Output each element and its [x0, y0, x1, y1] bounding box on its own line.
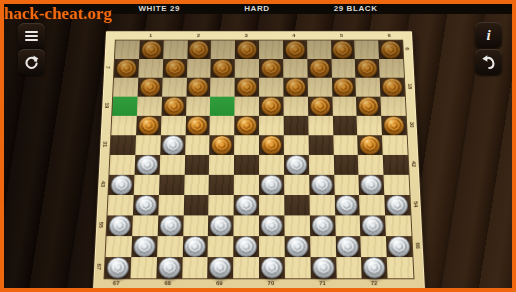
light-square [184, 175, 209, 195]
light-square [309, 195, 335, 215]
coordinate-label: 3 [245, 33, 248, 38]
square-23[interactable] [308, 97, 333, 116]
black-piece[interactable] [212, 59, 233, 78]
light-square [309, 155, 334, 175]
square-10[interactable] [259, 59, 283, 78]
square-17[interactable] [332, 78, 357, 97]
light-square [163, 40, 187, 58]
coordinate-label: 31 [102, 141, 108, 147]
white-piece[interactable] [236, 195, 258, 215]
white-piece[interactable] [210, 215, 232, 236]
coordinate-label: 7 [105, 66, 111, 69]
white-piece[interactable] [311, 175, 333, 195]
light-square [333, 135, 358, 155]
light-square [307, 40, 331, 58]
black-piece[interactable] [236, 78, 257, 97]
square-35[interactable] [308, 135, 333, 155]
light-square [259, 78, 283, 97]
square-64[interactable] [284, 236, 310, 257]
square-48[interactable] [359, 175, 385, 195]
light-square [210, 78, 234, 97]
square-34[interactable] [259, 135, 284, 155]
white-piece[interactable] [312, 257, 334, 278]
light-square [283, 59, 307, 78]
coordinate-label: 71 [319, 280, 326, 286]
square-36[interactable] [357, 135, 382, 155]
light-square [185, 135, 210, 155]
square-3[interactable] [235, 40, 259, 58]
light-square [115, 40, 140, 58]
coordinate-label: 2 [197, 33, 200, 38]
info-button[interactable]: i [475, 22, 502, 48]
light-square [331, 59, 356, 78]
light-square [332, 97, 357, 116]
light-square [109, 155, 135, 175]
square-9[interactable] [211, 59, 235, 78]
black-piece[interactable] [189, 40, 210, 58]
white-piece[interactable] [108, 215, 130, 236]
square-44[interactable] [159, 175, 185, 195]
coordinate-label: 66 [415, 242, 421, 248]
coordinate-label: 67 [113, 280, 120, 286]
coordinate-label: 68 [164, 280, 171, 286]
square-57[interactable] [208, 215, 234, 236]
light-square [158, 195, 184, 215]
square-20[interactable] [161, 97, 186, 116]
light-square [106, 236, 132, 257]
square-60[interactable] [360, 215, 386, 236]
black-piece[interactable] [261, 97, 282, 116]
white-piece[interactable] [162, 135, 184, 155]
square-54[interactable] [384, 195, 410, 215]
black-piece[interactable] [139, 78, 160, 97]
light-square [336, 257, 362, 278]
white-piece[interactable] [235, 236, 257, 257]
black-piece[interactable] [164, 59, 185, 78]
square-5[interactable] [331, 40, 355, 58]
white-count-label: WHITE 29 [138, 3, 180, 14]
light-square [210, 116, 235, 135]
square-31[interactable] [110, 135, 136, 155]
black-piece[interactable] [237, 40, 257, 58]
light-square [161, 116, 186, 135]
menu-button[interactable] [18, 23, 45, 49]
light-square [157, 236, 183, 257]
light-square [113, 78, 138, 97]
square-2[interactable] [187, 40, 211, 58]
coordinate-label: 69 [216, 280, 223, 286]
square-59[interactable] [309, 215, 335, 236]
white-piece[interactable] [361, 175, 383, 195]
light-square [387, 257, 414, 278]
black-piece[interactable] [261, 59, 282, 78]
square-15[interactable] [235, 78, 259, 97]
light-square [259, 236, 285, 257]
white-piece[interactable] [159, 215, 181, 236]
square-12[interactable] [355, 59, 380, 78]
light-square [379, 59, 404, 78]
square-72[interactable] [361, 257, 387, 278]
light-square [108, 195, 134, 215]
black-piece[interactable] [357, 59, 378, 78]
light-square [359, 195, 385, 215]
square-56[interactable] [157, 215, 183, 236]
square-18[interactable] [380, 78, 405, 97]
white-piece[interactable] [363, 257, 386, 278]
light-square [356, 78, 381, 97]
light-square [211, 40, 235, 58]
light-square [308, 116, 333, 135]
black-piece[interactable] [333, 78, 354, 97]
coordinate-label: 6 [388, 33, 391, 38]
square-71[interactable] [310, 257, 336, 278]
black-count-label: 29 BLACK [334, 3, 378, 14]
light-square [132, 215, 158, 236]
coordinate-label: 43 [100, 181, 106, 187]
light-square [234, 175, 259, 195]
light-square [183, 215, 209, 236]
black-piece[interactable] [382, 78, 403, 97]
black-piece[interactable] [358, 97, 379, 116]
square-52[interactable] [284, 195, 309, 215]
square-47[interactable] [309, 175, 334, 195]
coordinate-label: 5 [340, 33, 343, 38]
light-square [235, 59, 259, 78]
coordinate-label: 72 [371, 280, 378, 286]
light-square [159, 155, 184, 175]
white-piece[interactable] [261, 215, 283, 236]
restart-button[interactable] [18, 49, 45, 75]
square-66[interactable] [386, 236, 412, 257]
light-square [111, 116, 136, 135]
square-8[interactable] [162, 59, 187, 78]
white-piece[interactable] [286, 236, 308, 257]
square-70[interactable] [259, 257, 285, 278]
restart-icon [23, 54, 40, 71]
black-piece[interactable] [116, 59, 137, 78]
light-square [385, 215, 411, 236]
black-piece[interactable] [211, 135, 232, 155]
white-piece[interactable] [135, 195, 157, 215]
hamburger-icon [25, 31, 38, 42]
white-piece[interactable] [136, 155, 158, 175]
light-square [357, 116, 382, 135]
light-square [382, 135, 408, 155]
light-square [134, 175, 160, 195]
square-62[interactable] [182, 236, 208, 257]
black-piece[interactable] [261, 135, 282, 155]
coordinate-label: 1 [149, 33, 152, 38]
light-square [182, 257, 208, 278]
light-square [233, 257, 259, 278]
light-square [284, 175, 309, 195]
black-piece[interactable] [285, 40, 306, 58]
square-14[interactable] [186, 78, 211, 97]
light-square [162, 78, 187, 97]
white-piece[interactable] [362, 215, 384, 236]
light-square [135, 135, 160, 155]
square-69[interactable] [208, 257, 234, 278]
info-icon: i [486, 28, 490, 43]
black-piece[interactable] [359, 135, 381, 155]
black-piece[interactable] [187, 116, 208, 135]
square-28[interactable] [283, 116, 308, 135]
square-39[interactable] [234, 155, 259, 175]
square-32[interactable] [160, 135, 185, 155]
white-piece[interactable] [388, 236, 411, 257]
square-29[interactable] [332, 116, 357, 135]
square-22[interactable] [259, 97, 283, 116]
watermark-logo: hack-cheat.org [4, 4, 112, 24]
square-55[interactable] [107, 215, 133, 236]
light-square [259, 195, 284, 215]
white-piece[interactable] [110, 175, 132, 195]
light-square [259, 116, 284, 135]
square-7[interactable] [114, 59, 139, 78]
undo-icon [480, 54, 497, 71]
light-square [209, 155, 234, 175]
coordinate-label: 19 [104, 102, 110, 108]
square-26[interactable] [185, 116, 210, 135]
square-19[interactable] [112, 97, 137, 116]
black-piece[interactable] [309, 59, 330, 78]
light-square [310, 236, 336, 257]
black-piece[interactable] [309, 97, 330, 116]
coordinate-label: 70 [268, 280, 275, 286]
light-square [234, 135, 259, 155]
light-square [334, 175, 360, 195]
square-42[interactable] [383, 155, 409, 175]
light-square [384, 175, 410, 195]
light-square [335, 215, 361, 236]
square-50[interactable] [183, 195, 209, 215]
square-68[interactable] [156, 257, 182, 278]
light-square [354, 40, 379, 58]
square-41[interactable] [333, 155, 358, 175]
light-square [259, 155, 284, 175]
square-38[interactable] [184, 155, 209, 175]
light-square [284, 215, 310, 236]
coordinate-label: 55 [98, 222, 104, 228]
square-43[interactable] [108, 175, 134, 195]
square-40[interactable] [284, 155, 309, 175]
light-square [208, 236, 234, 257]
square-13[interactable] [137, 78, 162, 97]
square-45[interactable] [209, 175, 234, 195]
square-51[interactable] [234, 195, 259, 215]
square-49[interactable] [133, 195, 159, 215]
white-piece[interactable] [106, 257, 129, 278]
square-16[interactable] [283, 78, 307, 97]
square-11[interactable] [307, 59, 331, 78]
white-piece[interactable] [133, 236, 155, 257]
white-piece[interactable] [336, 195, 358, 215]
light-square [186, 59, 210, 78]
square-6[interactable] [378, 40, 403, 58]
square-63[interactable] [233, 236, 259, 257]
square-65[interactable] [335, 236, 361, 257]
coordinate-label: 54 [413, 201, 419, 207]
square-27[interactable] [234, 116, 259, 135]
black-piece[interactable] [141, 40, 162, 58]
light-square [284, 135, 309, 155]
coordinate-label: 67 [96, 263, 102, 269]
board-frame: 1234566768697071727193143556761830425466 [92, 30, 426, 290]
square-21[interactable] [210, 97, 235, 116]
black-piece[interactable] [332, 40, 353, 58]
white-piece[interactable] [386, 195, 408, 215]
black-piece[interactable] [285, 78, 306, 97]
coordinate-label: 30 [409, 122, 415, 128]
black-piece[interactable] [236, 116, 257, 135]
coordinate-label: 4 [292, 33, 295, 38]
square-53[interactable] [334, 195, 360, 215]
difficulty-label: HARD [244, 3, 270, 14]
white-piece[interactable] [286, 155, 307, 175]
square-33[interactable] [209, 135, 234, 155]
black-piece[interactable] [163, 97, 184, 116]
white-piece[interactable] [184, 236, 206, 257]
white-piece[interactable] [337, 236, 359, 257]
square-61[interactable] [131, 236, 157, 257]
light-square [358, 155, 384, 175]
coordinate-label: 6 [404, 47, 410, 50]
square-58[interactable] [259, 215, 284, 236]
white-piece[interactable] [261, 175, 282, 195]
square-24[interactable] [356, 97, 381, 116]
light-square [283, 97, 308, 116]
square-46[interactable] [259, 175, 284, 195]
square-30[interactable] [381, 116, 406, 135]
light-square [361, 236, 387, 257]
light-square [130, 257, 156, 278]
white-piece[interactable] [209, 257, 231, 278]
black-piece[interactable] [188, 78, 209, 97]
white-piece[interactable] [158, 257, 180, 278]
square-67[interactable] [105, 257, 132, 278]
board-grid [104, 40, 415, 280]
light-square [208, 195, 233, 215]
coordinate-label: 42 [411, 161, 417, 167]
light-square [381, 97, 406, 116]
square-25[interactable] [136, 116, 161, 135]
light-square [285, 257, 311, 278]
square-4[interactable] [283, 40, 307, 58]
light-square [186, 97, 211, 116]
light-square [234, 215, 259, 236]
light-square [259, 40, 283, 58]
coordinate-label: 18 [407, 83, 413, 89]
black-piece[interactable] [380, 40, 401, 58]
square-1[interactable] [139, 40, 164, 58]
white-piece[interactable] [261, 257, 283, 278]
light-square [138, 59, 163, 78]
light-square [137, 97, 162, 116]
app-window: WHITE 29 HARD 29 BLACK hack-cheat.org i … [0, 0, 516, 292]
white-piece[interactable] [311, 215, 333, 236]
light-square [307, 78, 332, 97]
light-square [235, 97, 259, 116]
black-piece[interactable] [383, 116, 405, 135]
undo-button[interactable] [475, 49, 502, 75]
square-37[interactable] [134, 155, 160, 175]
black-piece[interactable] [138, 116, 160, 135]
